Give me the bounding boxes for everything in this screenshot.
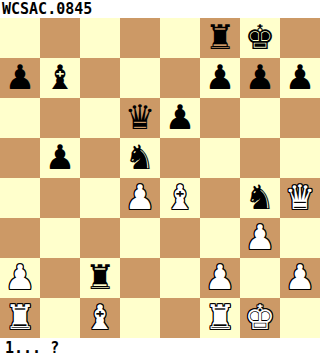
square-c4[interactable] (80, 178, 120, 218)
black-rook[interactable]: ♜ (85, 257, 115, 297)
square-a1[interactable]: ♜ (0, 298, 40, 338)
square-a7[interactable]: ♟ (0, 58, 40, 98)
square-g5[interactable] (240, 138, 280, 178)
square-b2[interactable] (40, 258, 80, 298)
square-f3[interactable] (200, 218, 240, 258)
square-e5[interactable] (160, 138, 200, 178)
square-c5[interactable] (80, 138, 120, 178)
black-queen[interactable]: ♛ (125, 97, 155, 137)
square-b4[interactable] (40, 178, 80, 218)
square-h6[interactable] (280, 98, 320, 138)
square-g8[interactable]: ♚ (240, 18, 280, 58)
white-king[interactable]: ♚ (245, 297, 275, 337)
square-f8[interactable]: ♜ (200, 18, 240, 58)
square-a8[interactable] (0, 18, 40, 58)
square-b5[interactable]: ♟ (40, 138, 80, 178)
square-g1[interactable]: ♚ (240, 298, 280, 338)
square-c8[interactable] (80, 18, 120, 58)
square-d1[interactable] (120, 298, 160, 338)
white-pawn[interactable]: ♟ (245, 217, 275, 257)
white-queen[interactable]: ♛ (285, 177, 315, 217)
white-pawn[interactable]: ♟ (5, 257, 35, 297)
black-bishop[interactable]: ♝ (45, 57, 75, 97)
square-e2[interactable] (160, 258, 200, 298)
square-c1[interactable]: ♝ (80, 298, 120, 338)
square-a5[interactable] (0, 138, 40, 178)
square-g6[interactable] (240, 98, 280, 138)
square-d6[interactable]: ♛ (120, 98, 160, 138)
square-f4[interactable] (200, 178, 240, 218)
square-f1[interactable]: ♜ (200, 298, 240, 338)
square-d7[interactable] (120, 58, 160, 98)
square-e7[interactable] (160, 58, 200, 98)
white-pawn[interactable]: ♟ (125, 177, 155, 217)
square-a2[interactable]: ♟ (0, 258, 40, 298)
square-h2[interactable]: ♟ (280, 258, 320, 298)
white-pawn[interactable]: ♟ (285, 257, 315, 297)
black-pawn[interactable]: ♟ (5, 57, 35, 97)
square-b6[interactable] (40, 98, 80, 138)
white-rook[interactable]: ♜ (205, 297, 235, 337)
square-e8[interactable] (160, 18, 200, 58)
square-e6[interactable]: ♟ (160, 98, 200, 138)
square-f6[interactable] (200, 98, 240, 138)
square-g7[interactable]: ♟ (240, 58, 280, 98)
square-f7[interactable]: ♟ (200, 58, 240, 98)
black-rook[interactable]: ♜ (205, 17, 235, 57)
square-b8[interactable] (40, 18, 80, 58)
black-pawn[interactable]: ♟ (245, 57, 275, 97)
move-prompt: 1... ? (0, 338, 320, 360)
square-d5[interactable]: ♞ (120, 138, 160, 178)
square-g2[interactable] (240, 258, 280, 298)
square-d3[interactable] (120, 218, 160, 258)
white-bishop[interactable]: ♝ (85, 297, 115, 337)
square-c2[interactable]: ♜ (80, 258, 120, 298)
square-d2[interactable] (120, 258, 160, 298)
square-g4[interactable]: ♞ (240, 178, 280, 218)
square-a3[interactable] (0, 218, 40, 258)
white-pawn[interactable]: ♟ (205, 257, 235, 297)
square-c7[interactable] (80, 58, 120, 98)
black-pawn[interactable]: ♟ (285, 57, 315, 97)
square-h7[interactable]: ♟ (280, 58, 320, 98)
square-c3[interactable] (80, 218, 120, 258)
square-d4[interactable]: ♟ (120, 178, 160, 218)
chess-board: ♜♚♟♝♟♟♟♛♟♟♞♟♝♞♛♟♟♜♟♟♜♝♜♚ (0, 18, 320, 338)
black-pawn[interactable]: ♟ (165, 97, 195, 137)
square-a6[interactable] (0, 98, 40, 138)
white-rook[interactable]: ♜ (5, 297, 35, 337)
square-a4[interactable] (0, 178, 40, 218)
square-h5[interactable] (280, 138, 320, 178)
square-e3[interactable] (160, 218, 200, 258)
black-pawn[interactable]: ♟ (205, 57, 235, 97)
square-h3[interactable] (280, 218, 320, 258)
black-knight[interactable]: ♞ (245, 177, 275, 217)
square-h1[interactable] (280, 298, 320, 338)
puzzle-title: WCSAC.0845 (0, 0, 320, 18)
square-c6[interactable] (80, 98, 120, 138)
square-d8[interactable] (120, 18, 160, 58)
square-e1[interactable] (160, 298, 200, 338)
chess-puzzle-window: WCSAC.0845 ♜♚♟♝♟♟♟♛♟♟♞♟♝♞♛♟♟♜♟♟♜♝♜♚ 1...… (0, 0, 320, 360)
square-f2[interactable]: ♟ (200, 258, 240, 298)
black-pawn[interactable]: ♟ (45, 137, 75, 177)
square-h4[interactable]: ♛ (280, 178, 320, 218)
square-h8[interactable] (280, 18, 320, 58)
square-b1[interactable] (40, 298, 80, 338)
black-king[interactable]: ♚ (245, 17, 275, 57)
black-knight[interactable]: ♞ (125, 137, 155, 177)
square-g3[interactable]: ♟ (240, 218, 280, 258)
square-b7[interactable]: ♝ (40, 58, 80, 98)
square-b3[interactable] (40, 218, 80, 258)
square-f5[interactable] (200, 138, 240, 178)
square-e4[interactable]: ♝ (160, 178, 200, 218)
white-bishop[interactable]: ♝ (165, 177, 195, 217)
